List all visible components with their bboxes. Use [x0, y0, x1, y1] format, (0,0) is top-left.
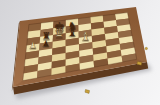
piece-white-pawn[interactable]: ♟	[29, 42, 36, 50]
piece-white-queen[interactable]: ♛	[54, 28, 64, 40]
chess-board	[0, 0, 160, 105]
brass-clasp	[145, 47, 147, 49]
piece-white-bishop[interactable]: ♝	[81, 31, 90, 42]
piece-black-bishop[interactable]: ♝	[68, 27, 77, 38]
piece-black-pawn[interactable]: ♟	[43, 40, 50, 48]
brass-hinge-left	[85, 90, 90, 94]
photo-backdrop: ♞♚♝♛♜♝♟♟	[0, 0, 160, 105]
